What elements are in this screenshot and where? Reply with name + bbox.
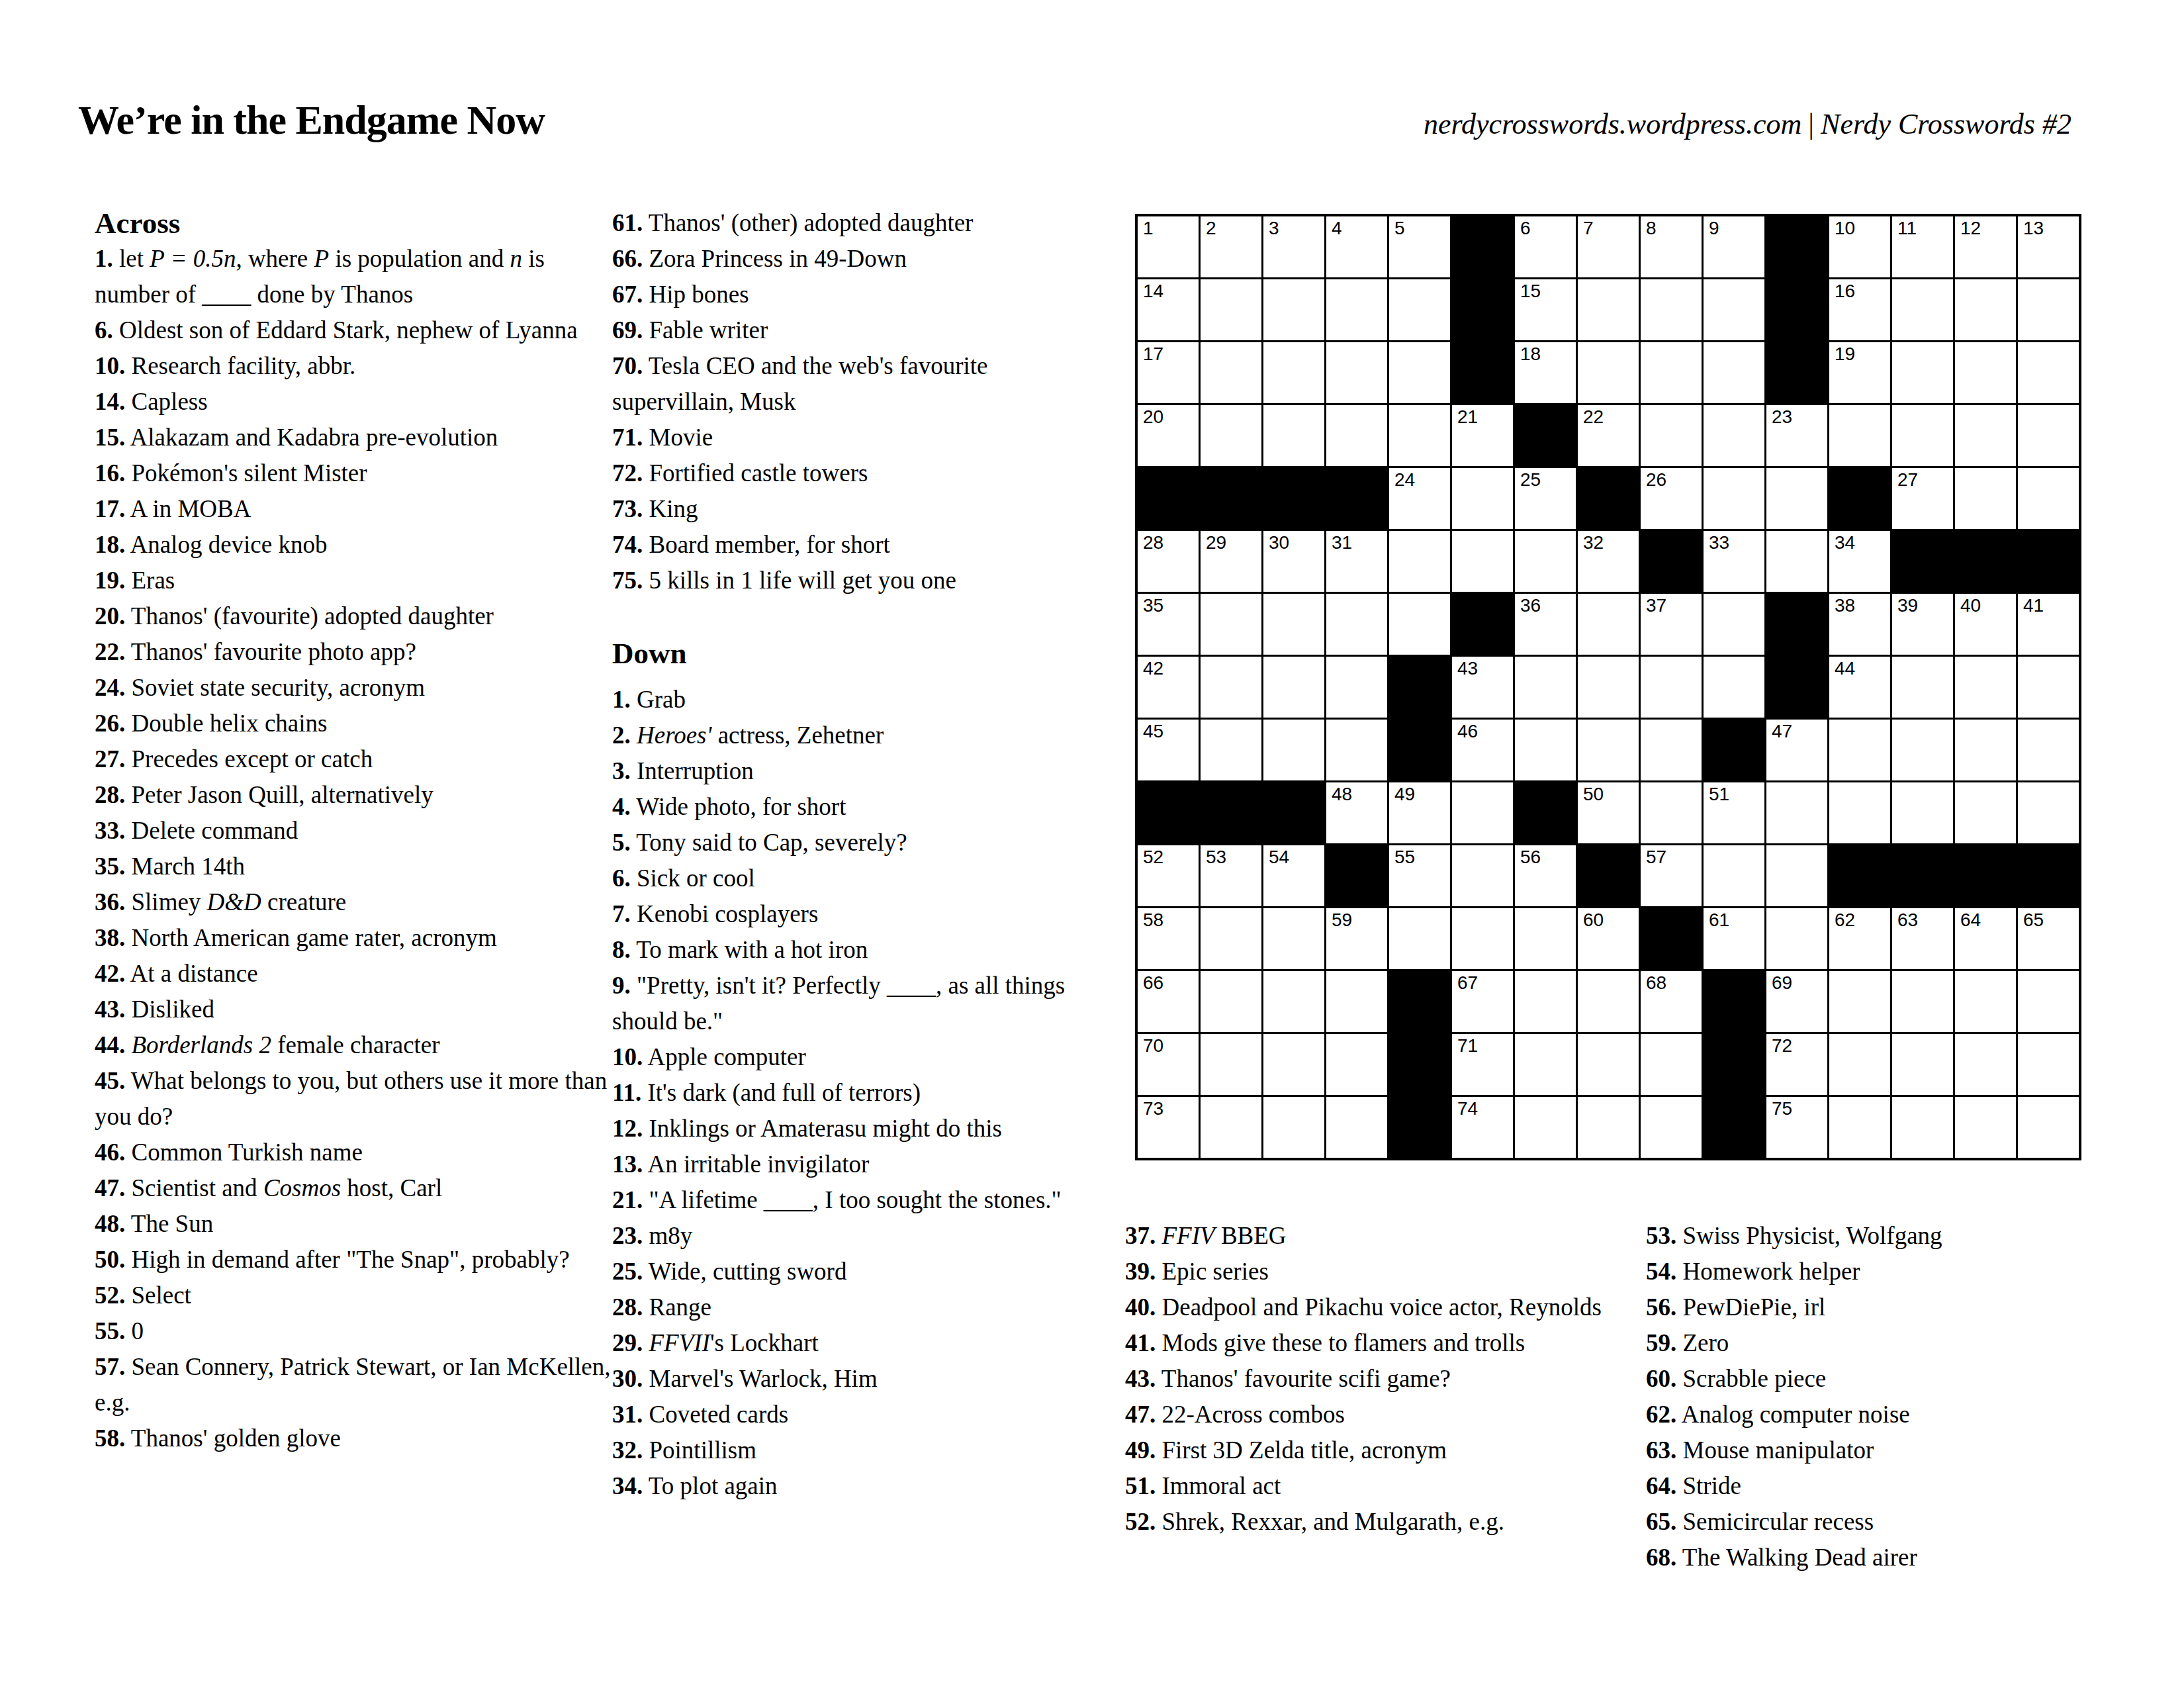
grid-cell-r14c9[interactable] xyxy=(1641,1034,1702,1095)
grid-cell-r3c13[interactable] xyxy=(1892,342,1953,403)
grid-cell-r6c10[interactable]: 33 xyxy=(1704,531,1764,592)
grid-cell-r6c14 xyxy=(1955,531,2016,592)
grid-cell-r7c1[interactable]: 35 xyxy=(1138,594,1199,655)
cell-number: 14 xyxy=(1143,282,1163,301)
grid-cell-r15c2[interactable] xyxy=(1201,1097,1261,1158)
grid-cell-r9c6[interactable]: 46 xyxy=(1452,720,1513,780)
grid-cell-r4c3[interactable] xyxy=(1263,405,1324,466)
grid-cell-r13c13[interactable] xyxy=(1892,971,1953,1032)
cell-number: 60 xyxy=(1583,911,1604,929)
grid-cell-r11c8 xyxy=(1578,845,1639,906)
grid-cell-r15c6[interactable]: 74 xyxy=(1452,1097,1513,1158)
grid-cell-r5c7[interactable]: 25 xyxy=(1515,468,1576,529)
grid-cell-r15c8[interactable] xyxy=(1578,1097,1639,1158)
grid-cell-r13c15[interactable] xyxy=(2018,971,2079,1032)
clue-across-58: 58. Thanos' golden glove xyxy=(95,1421,614,1456)
grid-cell-r5c4 xyxy=(1326,468,1387,529)
cell-number: 16 xyxy=(1835,282,1855,301)
cell-number: 28 xyxy=(1143,534,1163,552)
grid-cell-r15c9[interactable] xyxy=(1641,1097,1702,1158)
clue-down-37: 37. FFIV BBEG xyxy=(1125,1218,1635,1254)
grid-cell-r5c9[interactable]: 26 xyxy=(1641,468,1702,529)
grid-cell-r13c6[interactable]: 67 xyxy=(1452,971,1513,1032)
grid-cell-r2c11 xyxy=(1766,279,1827,340)
grid-cell-r10c4[interactable]: 48 xyxy=(1326,782,1387,843)
grid-cell-r2c4[interactable] xyxy=(1326,279,1387,340)
grid-cell-r3c12[interactable]: 19 xyxy=(1829,342,1890,403)
grid-cell-r6c15 xyxy=(2018,531,2079,592)
grid-cell-r9c1[interactable]: 45 xyxy=(1138,720,1199,780)
clue-down-60: 60. Scrabble piece xyxy=(1646,1361,2109,1397)
grid-cell-r9c14[interactable] xyxy=(1955,720,2016,780)
cell-number: 5 xyxy=(1394,219,1405,238)
cell-number: 49 xyxy=(1394,785,1415,804)
grid-cell-r8c10[interactable] xyxy=(1704,657,1764,718)
grid-cell-r6c3[interactable]: 30 xyxy=(1263,531,1324,592)
grid-cell-r8c14[interactable] xyxy=(1955,657,2016,718)
grid-cell-r3c14[interactable] xyxy=(1955,342,2016,403)
clue-across-72: 72. Fortified castle towers xyxy=(612,455,1075,491)
grid-cell-r12c7[interactable] xyxy=(1515,908,1576,969)
clue-down-11: 11. It's dark (and full of terrors) xyxy=(612,1075,1075,1111)
grid-cell-r13c9[interactable]: 68 xyxy=(1641,971,1702,1032)
clue-across-47: 47. Scientist and Cosmos host, Carl xyxy=(95,1170,614,1206)
grid-cell-r10c12[interactable] xyxy=(1829,782,1890,843)
grid-cell-r11c15 xyxy=(2018,845,2079,906)
grid-cell-r8c12[interactable]: 44 xyxy=(1829,657,1890,718)
grid-cell-r10c6[interactable] xyxy=(1452,782,1513,843)
cell-number: 2 xyxy=(1206,219,1216,238)
grid-cell-r2c9[interactable] xyxy=(1641,279,1702,340)
grid-cell-r3c6 xyxy=(1452,342,1513,403)
grid-cell-r8c1[interactable]: 42 xyxy=(1138,657,1199,718)
grid-cell-r8c9[interactable] xyxy=(1641,657,1702,718)
clue-down-29: 29. FFVII's Lockhart xyxy=(612,1325,1075,1361)
grid-cell-r12c11[interactable] xyxy=(1766,908,1827,969)
grid-cell-r2c3[interactable] xyxy=(1263,279,1324,340)
grid-cell-r11c6[interactable] xyxy=(1452,845,1513,906)
down-clue-list-1: 1. Grab2. Heroes' actress, Zehetner3. In… xyxy=(612,682,1075,1504)
grid-cell-r9c9[interactable] xyxy=(1641,720,1702,780)
grid-cell-r15c13[interactable] xyxy=(1892,1097,1953,1158)
clue-across-16: 16. Pokémon's silent Mister xyxy=(95,455,614,491)
grid-cell-r1c9[interactable]: 8 xyxy=(1641,216,1702,277)
clue-across-74: 74. Board member, for short xyxy=(612,527,1075,563)
grid-cell-r7c2[interactable] xyxy=(1201,594,1261,655)
grid-cell-r11c7[interactable]: 56 xyxy=(1515,845,1576,906)
grid-cell-r3c7[interactable]: 18 xyxy=(1515,342,1576,403)
grid-cell-r10c2 xyxy=(1201,782,1261,843)
grid-cell-r7c10[interactable] xyxy=(1704,594,1764,655)
grid-cell-r1c8[interactable]: 7 xyxy=(1578,216,1639,277)
grid-cell-r3c8[interactable] xyxy=(1578,342,1639,403)
cell-number: 17 xyxy=(1143,345,1163,363)
grid-cell-r15c14[interactable] xyxy=(1955,1097,2016,1158)
grid-cell-r7c7[interactable]: 36 xyxy=(1515,594,1576,655)
clue-across-36: 36. Slimey D&D creature xyxy=(95,884,614,920)
grid-cell-r1c7[interactable]: 6 xyxy=(1515,216,1576,277)
grid-cell-r6c2[interactable]: 29 xyxy=(1201,531,1261,592)
clue-down-23: 23. m8y xyxy=(612,1218,1075,1254)
grid-cell-r9c4[interactable] xyxy=(1326,720,1387,780)
grid-cell-r4c11[interactable]: 23 xyxy=(1766,405,1827,466)
grid-cell-r12c14[interactable]: 64 xyxy=(1955,908,2016,969)
grid-cell-r2c1[interactable]: 14 xyxy=(1138,279,1199,340)
grid-cell-r13c10 xyxy=(1704,971,1764,1032)
grid-cell-r4c1[interactable]: 20 xyxy=(1138,405,1199,466)
clue-down-4: 4. Wide photo, for short xyxy=(612,789,1075,825)
grid-cell-r13c7[interactable] xyxy=(1515,971,1576,1032)
cell-number: 56 xyxy=(1520,848,1541,867)
cell-number: 8 xyxy=(1646,219,1657,238)
clue-across-75: 75. 5 kills in 1 life will get you one xyxy=(612,563,1075,598)
grid-cell-r14c8[interactable] xyxy=(1578,1034,1639,1095)
grid-cell-r12c4[interactable]: 59 xyxy=(1326,908,1387,969)
crossword-grid: 1234567891011121314151617181920212223242… xyxy=(1135,214,2081,1160)
grid-cell-r1c12[interactable]: 10 xyxy=(1829,216,1890,277)
grid-cell-r4c8[interactable]: 22 xyxy=(1578,405,1639,466)
clue-across-10: 10. Research facility, abbr. xyxy=(95,348,614,384)
clue-down-47: 47. 22-Across combos xyxy=(1125,1397,1635,1432)
clue-down-34: 34. To plot again xyxy=(612,1468,1075,1504)
clue-down-43: 43. Thanos' favourite scifi game? xyxy=(1125,1361,1635,1397)
grid-cell-r1c11 xyxy=(1766,216,1827,277)
grid-cell-r11c13 xyxy=(1892,845,1953,906)
grid-cell-r1c5[interactable]: 5 xyxy=(1389,216,1450,277)
cell-number: 36 xyxy=(1520,596,1541,615)
grid-cell-r4c13[interactable] xyxy=(1892,405,1953,466)
grid-cell-r11c12 xyxy=(1829,845,1890,906)
grid-cell-r1c10[interactable]: 9 xyxy=(1704,216,1764,277)
grid-cell-r4c5[interactable] xyxy=(1389,405,1450,466)
grid-cell-r7c8[interactable] xyxy=(1578,594,1639,655)
grid-cell-r8c6[interactable]: 43 xyxy=(1452,657,1513,718)
cell-number: 59 xyxy=(1332,911,1352,929)
cell-number: 65 xyxy=(2023,911,2044,929)
clue-down-68: 68. The Walking Dead airer xyxy=(1646,1540,2109,1575)
grid-cell-r14c14[interactable] xyxy=(1955,1034,2016,1095)
clue-down-12: 12. Inklings or Amaterasu might do this xyxy=(612,1111,1075,1147)
grid-cell-r7c5[interactable] xyxy=(1389,594,1450,655)
cell-number: 39 xyxy=(1897,596,1918,615)
grid-cell-r11c3[interactable]: 54 xyxy=(1263,845,1324,906)
cell-number: 3 xyxy=(1269,219,1279,238)
grid-cell-r15c3[interactable] xyxy=(1263,1097,1324,1158)
clue-down-54: 54. Homework helper xyxy=(1646,1254,2109,1289)
grid-cell-r14c1[interactable]: 70 xyxy=(1138,1034,1199,1095)
cell-number: 44 xyxy=(1835,659,1855,678)
clue-down-28: 28. Range xyxy=(612,1289,1075,1325)
grid-cell-r15c5 xyxy=(1389,1097,1450,1158)
cell-number: 58 xyxy=(1143,911,1163,929)
grid-cell-r11c5[interactable]: 55 xyxy=(1389,845,1450,906)
grid-cell-r13c1[interactable]: 66 xyxy=(1138,971,1199,1032)
cell-number: 73 xyxy=(1143,1100,1163,1118)
grid-cell-r5c6[interactable] xyxy=(1452,468,1513,529)
grid-cell-r5c11[interactable] xyxy=(1766,468,1827,529)
grid-cell-r14c10 xyxy=(1704,1034,1764,1095)
grid-cell-r14c7[interactable] xyxy=(1515,1034,1576,1095)
down-clue-list-2: 37. FFIV BBEG39. Epic series40. Deadpool… xyxy=(1125,1218,1635,1540)
grid-cell-r3c10[interactable] xyxy=(1704,342,1764,403)
grid-cell-r1c14[interactable]: 12 xyxy=(1955,216,2016,277)
grid-cell-r9c7[interactable] xyxy=(1515,720,1576,780)
grid-cell-r14c12[interactable] xyxy=(1829,1034,1890,1095)
grid-cell-r10c5[interactable]: 49 xyxy=(1389,782,1450,843)
grid-cell-r11c2[interactable]: 53 xyxy=(1201,845,1261,906)
clue-down-1: 1. Grab xyxy=(612,682,1075,718)
grid-cell-r12c15[interactable]: 65 xyxy=(2018,908,2079,969)
grid-cell-r10c7 xyxy=(1515,782,1576,843)
grid-cell-r5c10[interactable] xyxy=(1704,468,1764,529)
grid-cell-r14c2[interactable] xyxy=(1201,1034,1261,1095)
across-clue-list-1: 1. let P = 0.5n, where P is population a… xyxy=(95,241,614,1456)
grid-cell-r10c14[interactable] xyxy=(1955,782,2016,843)
clue-across-24: 24. Soviet state security, acronym xyxy=(95,670,614,706)
cell-number: 9 xyxy=(1709,219,1719,238)
grid-cell-r8c3[interactable] xyxy=(1263,657,1324,718)
grid-cell-r6c6[interactable] xyxy=(1452,531,1513,592)
clue-across-46: 46. Common Turkish name xyxy=(95,1135,614,1170)
grid-cell-r15c4[interactable] xyxy=(1326,1097,1387,1158)
grid-cell-r1c6 xyxy=(1452,216,1513,277)
grid-cell-r9c8[interactable] xyxy=(1578,720,1639,780)
grid-cell-r13c8[interactable] xyxy=(1578,971,1639,1032)
clue-down-59: 59. Zero xyxy=(1646,1325,2109,1361)
grid-cell-r6c1[interactable]: 28 xyxy=(1138,531,1199,592)
grid-cell-r6c7[interactable] xyxy=(1515,531,1576,592)
grid-cell-r13c2[interactable] xyxy=(1201,971,1261,1032)
cell-number: 19 xyxy=(1835,345,1855,363)
grid-cell-r12c5[interactable] xyxy=(1389,908,1450,969)
grid-cell-r2c14[interactable] xyxy=(1955,279,2016,340)
cell-number: 24 xyxy=(1394,471,1415,489)
grid-cell-r12c1[interactable]: 58 xyxy=(1138,908,1199,969)
cell-number: 15 xyxy=(1520,282,1541,301)
grid-cell-r2c2[interactable] xyxy=(1201,279,1261,340)
cell-number: 62 xyxy=(1835,911,1855,929)
grid-cell-r10c10[interactable]: 51 xyxy=(1704,782,1764,843)
grid-cell-r8c13[interactable] xyxy=(1892,657,1953,718)
cell-number: 7 xyxy=(1583,219,1594,238)
clue-across-50: 50. High in demand after "The Snap", pro… xyxy=(95,1242,614,1278)
grid-cell-r4c9[interactable] xyxy=(1641,405,1702,466)
grid-cell-r4c7 xyxy=(1515,405,1576,466)
grid-cell-r2c15[interactable] xyxy=(2018,279,2079,340)
grid-cell-r2c12[interactable]: 16 xyxy=(1829,279,1890,340)
clue-across-20: 20. Thanos' (favourite) adopted daughter xyxy=(95,598,614,634)
grid-cell-r5c2 xyxy=(1201,468,1261,529)
grid-cell-r9c2[interactable] xyxy=(1201,720,1261,780)
clue-down-25: 25. Wide, cutting sword xyxy=(612,1254,1075,1289)
grid-cell-r8c15[interactable] xyxy=(2018,657,2079,718)
grid-cell-r10c11[interactable] xyxy=(1766,782,1827,843)
grid-cell-r2c7[interactable]: 15 xyxy=(1515,279,1576,340)
source-site: nerdycrosswords.wordpress.com xyxy=(1424,108,1801,140)
grid-cell-r13c14[interactable] xyxy=(1955,971,2016,1032)
grid-cell-r10c13[interactable] xyxy=(1892,782,1953,843)
grid-cell-r13c3[interactable] xyxy=(1263,971,1324,1032)
grid-cell-r12c9 xyxy=(1641,908,1702,969)
grid-cell-r7c9[interactable]: 37 xyxy=(1641,594,1702,655)
clue-across-69: 69. Fable writer xyxy=(612,312,1075,348)
across-clues-column: Across 1. let P = 0.5n, where P is popul… xyxy=(95,205,614,1456)
grid-cell-r3c5[interactable] xyxy=(1389,342,1450,403)
grid-cell-r6c8[interactable]: 32 xyxy=(1578,531,1639,592)
grid-cell-r3c9[interactable] xyxy=(1641,342,1702,403)
grid-cell-r4c14[interactable] xyxy=(1955,405,2016,466)
grid-cell-r6c12[interactable]: 34 xyxy=(1829,531,1890,592)
cell-number: 6 xyxy=(1520,219,1531,238)
grid-cell-r14c15[interactable] xyxy=(2018,1034,2079,1095)
cell-number: 20 xyxy=(1143,408,1163,426)
grid-cell-r14c13[interactable] xyxy=(1892,1034,1953,1095)
grid-cell-r3c1[interactable]: 17 xyxy=(1138,342,1199,403)
grid-cell-r9c11[interactable]: 47 xyxy=(1766,720,1827,780)
grid-cell-r8c8[interactable] xyxy=(1578,657,1639,718)
grid-cell-r4c15[interactable] xyxy=(2018,405,2079,466)
grid-cell-r4c2[interactable] xyxy=(1201,405,1261,466)
grid-cell-r7c4[interactable] xyxy=(1326,594,1387,655)
grid-cell-r12c6[interactable] xyxy=(1452,908,1513,969)
grid-cell-r8c11 xyxy=(1766,657,1827,718)
grid-cell-r5c12 xyxy=(1829,468,1890,529)
grid-cell-r3c3[interactable] xyxy=(1263,342,1324,403)
grid-cell-r14c6[interactable]: 71 xyxy=(1452,1034,1513,1095)
grid-cell-r15c1[interactable]: 73 xyxy=(1138,1097,1199,1158)
grid-cell-r1c3[interactable]: 3 xyxy=(1263,216,1324,277)
grid-cell-r14c4[interactable] xyxy=(1326,1034,1387,1095)
cell-number: 63 xyxy=(1897,911,1918,929)
grid-cell-r4c6[interactable]: 21 xyxy=(1452,405,1513,466)
grid-cell-r15c12[interactable] xyxy=(1829,1097,1890,1158)
grid-cell-r12c2[interactable] xyxy=(1201,908,1261,969)
grid-cell-r11c11[interactable] xyxy=(1766,845,1827,906)
cell-number: 13 xyxy=(2023,219,2044,238)
clue-down-49: 49. First 3D Zelda title, acronym xyxy=(1125,1432,1635,1468)
grid-cell-r3c4[interactable] xyxy=(1326,342,1387,403)
cell-number: 4 xyxy=(1332,219,1342,238)
grid-cell-r14c5 xyxy=(1389,1034,1450,1095)
grid-cell-r12c3[interactable] xyxy=(1263,908,1324,969)
grid-cell-r7c3[interactable] xyxy=(1263,594,1324,655)
grid-cell-r10c8[interactable]: 50 xyxy=(1578,782,1639,843)
grid-cell-r9c13[interactable] xyxy=(1892,720,1953,780)
grid-cell-r5c5[interactable]: 24 xyxy=(1389,468,1450,529)
grid-cell-r11c10[interactable] xyxy=(1704,845,1764,906)
cell-number: 40 xyxy=(1960,596,1981,615)
grid-cell-r11c4 xyxy=(1326,845,1387,906)
grid-cell-r4c10[interactable] xyxy=(1704,405,1764,466)
grid-cell-r14c11[interactable]: 72 xyxy=(1766,1034,1827,1095)
grid-cell-r3c15[interactable] xyxy=(2018,342,2079,403)
grid-cell-r11c9[interactable]: 57 xyxy=(1641,845,1702,906)
grid-cell-r7c15[interactable]: 41 xyxy=(2018,594,2079,655)
grid-cell-r7c6 xyxy=(1452,594,1513,655)
grid-cell-r1c15[interactable]: 13 xyxy=(2018,216,2079,277)
grid-cell-r15c15[interactable] xyxy=(2018,1097,2079,1158)
grid-cell-r4c4[interactable] xyxy=(1326,405,1387,466)
clue-across-61: 61. Thanos' (other) adopted daughter xyxy=(612,205,1075,241)
grid-cell-r1c2[interactable]: 2 xyxy=(1201,216,1261,277)
grid-cell-r4c12[interactable] xyxy=(1829,405,1890,466)
clue-down-9: 9. "Pretty, isn't it? Perfectly ____, as… xyxy=(612,968,1075,1039)
grid-cell-r5c15[interactable] xyxy=(2018,468,2079,529)
cell-number: 38 xyxy=(1835,596,1855,615)
cell-number: 32 xyxy=(1583,534,1604,552)
grid-cell-r10c15[interactable] xyxy=(2018,782,2079,843)
grid-cell-r9c3[interactable] xyxy=(1263,720,1324,780)
source-line: nerdycrosswords.wordpress.com|Nerdy Cros… xyxy=(1424,106,2071,143)
clue-across-19: 19. Eras xyxy=(95,563,614,598)
grid-cell-r7c13[interactable]: 39 xyxy=(1892,594,1953,655)
grid-cell-r2c5[interactable] xyxy=(1389,279,1450,340)
grid-cell-r13c5 xyxy=(1389,971,1450,1032)
grid-cell-r2c10[interactable] xyxy=(1704,279,1764,340)
grid-cell-r6c5[interactable] xyxy=(1389,531,1450,592)
clue-down-56: 56. PewDiePie, irl xyxy=(1646,1289,2109,1325)
grid-cell-r12c13[interactable]: 63 xyxy=(1892,908,1953,969)
grid-cell-r7c14[interactable]: 40 xyxy=(1955,594,2016,655)
grid-cell-r5c13[interactable]: 27 xyxy=(1892,468,1953,529)
grid-cell-r3c2[interactable] xyxy=(1201,342,1261,403)
grid-cell-r13c11[interactable]: 69 xyxy=(1766,971,1827,1032)
grid-cell-r8c2[interactable] xyxy=(1201,657,1261,718)
grid-cell-r15c10 xyxy=(1704,1097,1764,1158)
cell-number: 54 xyxy=(1269,848,1289,867)
grid-cell-r8c4[interactable] xyxy=(1326,657,1387,718)
grid-cell-r9c15[interactable] xyxy=(2018,720,2079,780)
grid-cell-r12c12[interactable]: 62 xyxy=(1829,908,1890,969)
grid-cell-r9c12[interactable] xyxy=(1829,720,1890,780)
grid-cell-r11c1[interactable]: 52 xyxy=(1138,845,1199,906)
grid-cell-r7c12[interactable]: 38 xyxy=(1829,594,1890,655)
grid-cell-r12c8[interactable]: 60 xyxy=(1578,908,1639,969)
cell-number: 42 xyxy=(1143,659,1163,678)
cell-number: 61 xyxy=(1709,911,1729,929)
clue-across-1: 1. let P = 0.5n, where P is population a… xyxy=(95,241,614,312)
cell-number: 47 xyxy=(1772,722,1792,741)
grid-cell-r5c14[interactable] xyxy=(1955,468,2016,529)
grid-cell-r14c3[interactable] xyxy=(1263,1034,1324,1095)
grid-cell-r8c7[interactable] xyxy=(1515,657,1576,718)
grid-cell-r2c13[interactable] xyxy=(1892,279,1953,340)
grid-cell-r6c4[interactable]: 31 xyxy=(1326,531,1387,592)
cell-number: 57 xyxy=(1646,848,1666,867)
cell-number: 29 xyxy=(1206,534,1226,552)
grid-cell-r10c9[interactable] xyxy=(1641,782,1702,843)
grid-cell-r12c10[interactable]: 61 xyxy=(1704,908,1764,969)
clue-across-18: 18. Analog device knob xyxy=(95,527,614,563)
grid-cell-r15c7[interactable] xyxy=(1515,1097,1576,1158)
clue-down-51: 51. Immoral act xyxy=(1125,1468,1635,1504)
grid-cell-r1c13[interactable]: 11 xyxy=(1892,216,1953,277)
grid-cell-r1c1[interactable]: 1 xyxy=(1138,216,1199,277)
cell-number: 67 xyxy=(1457,974,1478,992)
grid-cell-r15c11[interactable]: 75 xyxy=(1766,1097,1827,1158)
grid-cell-r1c4[interactable]: 4 xyxy=(1326,216,1387,277)
clue-across-33: 33. Delete command xyxy=(95,813,614,849)
clue-across-57: 57. Sean Connery, Patrick Stewart, or Ia… xyxy=(95,1349,614,1421)
grid-cell-r6c11[interactable] xyxy=(1766,531,1827,592)
grid-cell-r13c4[interactable] xyxy=(1326,971,1387,1032)
grid-cell-r2c8[interactable] xyxy=(1578,279,1639,340)
clue-down-5: 5. Tony said to Cap, severely? xyxy=(612,825,1075,861)
down-clue-list-3: 53. Swiss Physicist, Wolfgang54. Homewor… xyxy=(1646,1218,2109,1575)
clue-down-63: 63. Mouse manipulator xyxy=(1646,1432,2109,1468)
cell-number: 22 xyxy=(1583,408,1604,426)
grid-cell-r13c12[interactable] xyxy=(1829,971,1890,1032)
